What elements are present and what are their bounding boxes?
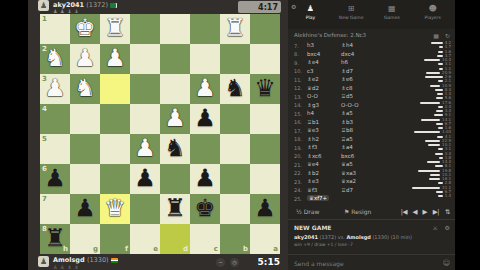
black-move[interactable]: ♖b8 <box>341 127 353 133</box>
square-h8[interactable]: 8h♜ <box>40 224 70 254</box>
flip-board-icon[interactable]: ⇅ <box>445 208 450 216</box>
time-bar <box>436 110 443 112</box>
move-number: 18. <box>294 136 304 142</box>
time-bar <box>418 170 440 172</box>
time-bar <box>421 119 440 121</box>
time-bar <box>436 191 443 193</box>
time-bar <box>438 80 443 82</box>
square-c8[interactable]: c <box>190 224 220 254</box>
square-f8[interactable]: f <box>100 224 130 254</box>
move-number: 17. <box>294 128 304 134</box>
file-label: g <box>93 245 98 253</box>
move-number: 11. <box>294 77 304 83</box>
square-g8[interactable]: g <box>70 224 100 254</box>
time-bar <box>438 148 443 150</box>
black-move[interactable]: bxc6 <box>341 153 354 159</box>
square-e8[interactable]: e <box>130 224 160 254</box>
bottom-player-captured-pieces: ♙ ♙ ♗ ♗ <box>53 264 79 270</box>
move-timing: 17.62.4 <box>403 101 451 110</box>
move-row: 11.♗e2♗e62.62.1 <box>288 75 455 84</box>
square-c3[interactable]: ♟ <box>190 74 220 104</box>
square-f7[interactable]: ♛ <box>100 194 130 224</box>
black-move[interactable]: ♖a5 <box>341 136 353 142</box>
white-move[interactable]: h3 <box>307 42 314 48</box>
challenge-icon[interactable]: ⚔ <box>433 224 438 231</box>
white-move[interactable]: ♗h2 <box>307 136 319 142</box>
white-move[interactable]: ♕f3 <box>307 187 317 193</box>
square-b1[interactable]: ♜ <box>220 14 250 44</box>
square-f3[interactable] <box>100 74 130 104</box>
white-move[interactable]: ♕e3 <box>307 127 319 133</box>
white-move[interactable]: ♖b1 <box>307 119 319 125</box>
file-label: a <box>273 245 278 253</box>
black-knight[interactable]: ♞ <box>160 134 190 164</box>
square-e1[interactable] <box>130 14 160 44</box>
move-number: 19. <box>294 145 304 151</box>
move-row: 10.c3♗d71.120.9 <box>288 67 455 76</box>
rank-label: 1 <box>42 15 47 23</box>
white-move[interactable]: ♗f3 <box>307 144 317 150</box>
white-move[interactable]: ♗e2 <box>307 76 319 82</box>
rank-label: 4 <box>42 105 47 113</box>
time-bar <box>436 97 443 99</box>
move-row: 13.O-O♖d51.45.6 <box>288 92 455 101</box>
white-move[interactable]: ♗b2 <box>307 170 319 176</box>
go-prev-move-button[interactable]: ◀ <box>413 208 418 216</box>
move-timing: 1.61:04 <box>403 126 451 135</box>
file-label: c <box>214 245 218 253</box>
white-rook[interactable]: ♜ <box>100 14 130 44</box>
square-e2[interactable] <box>130 44 160 74</box>
white-move[interactable]: ♕xf7+ <box>307 195 329 201</box>
black-move[interactable]: ♗d7 <box>341 68 353 74</box>
rank-label: 5 <box>42 135 47 143</box>
opening-row: Alekhine's Defense: 2.Nc3 ▦ ↻ <box>288 29 455 41</box>
move-row: 15.h4♗a53.49.1 <box>288 109 455 118</box>
move-row: 23.♗e3♕xa216.12.8 <box>288 177 455 186</box>
black-pawn[interactable]: ♟ <box>190 104 220 134</box>
top-player-bar: ♟ aky2041 (1372) ♟ ♟ ♝ ♝ 4:17 <box>28 0 288 14</box>
rank-label: 7 <box>42 195 47 203</box>
clock-icon[interactable]: ◷ <box>230 258 239 267</box>
chat-input-row[interactable]: Send a message ☺ <box>288 254 455 270</box>
white-move[interactable]: ♕d2 <box>307 85 319 91</box>
square-d7[interactable]: ♜ <box>160 194 190 224</box>
white-move[interactable]: ♕e4 <box>307 161 319 167</box>
move-number: 25. <box>294 196 304 202</box>
square-e5[interactable]: ♟ <box>130 134 160 164</box>
time-bar <box>436 123 443 125</box>
square-c7[interactable]: ♚ <box>190 194 220 224</box>
black-move[interactable]: dxc4 <box>341 51 354 57</box>
move-row: 20.♗xc6bxc63.41.8 <box>288 152 455 161</box>
square-c6[interactable]: ♟ <box>190 164 220 194</box>
square-b6[interactable] <box>220 164 250 194</box>
rank-label: 2 <box>42 45 47 53</box>
square-c1[interactable] <box>190 14 220 44</box>
move-list[interactable]: 7.h3♗h44.21.78.bxc4dxc41.63.79.♗e4h610.4… <box>288 41 455 203</box>
move-timing: 1.120.9 <box>403 67 451 76</box>
move-row: 17.♕e3♖b81.61:04 <box>288 126 455 135</box>
time-bar <box>427 161 440 163</box>
black-move[interactable]: ♗a4 <box>341 144 353 150</box>
time-bar <box>425 76 443 78</box>
square-a8[interactable]: a <box>250 224 280 254</box>
white-knight[interactable]: ♞ <box>70 74 100 104</box>
black-pawn[interactable]: ♟ <box>250 194 280 224</box>
rating-odds: win +9 / draw +1 / lose -7 <box>294 242 449 247</box>
square-d2[interactable] <box>160 44 190 74</box>
square-d4[interactable]: ♟ <box>160 104 190 134</box>
tab-label: New Game <box>331 15 372 20</box>
time-bar <box>437 93 443 95</box>
white-pawn[interactable]: ♟ <box>190 74 220 104</box>
white-move[interactable]: ♗xc6 <box>307 153 322 159</box>
move-timing: 10.98.3 <box>403 84 451 93</box>
refresh-icon[interactable]: ↻ <box>445 32 450 39</box>
chat-input[interactable]: Send a message <box>294 260 344 267</box>
white-move[interactable]: ♗e3 <box>307 178 319 184</box>
time-bar <box>424 59 440 61</box>
black-move[interactable]: ♕a5 <box>341 161 353 167</box>
time-bar <box>428 144 440 146</box>
move-row: 12.♕d2♗c810.98.3 <box>288 84 455 93</box>
opening-name: Alekhine's Defense: 2.Nc3 <box>294 32 366 38</box>
square-b5[interactable] <box>220 134 250 164</box>
white-pawn[interactable]: ♟ <box>130 134 160 164</box>
square-c5[interactable] <box>190 134 220 164</box>
black-move[interactable]: ♕xa2 <box>341 178 356 184</box>
bottom-player-clock: 5:15 <box>258 257 280 267</box>
white-move[interactable]: h4 <box>307 110 314 116</box>
time-bar <box>435 89 443 91</box>
square-e3[interactable] <box>130 74 160 104</box>
move-row: 19.♗f3♗a410.13.1 <box>288 143 455 152</box>
square-a3[interactable]: ♛ <box>250 74 280 104</box>
square-e6[interactable]: ♟ <box>130 164 160 194</box>
square-c2[interactable] <box>190 44 220 74</box>
square-h2[interactable]: 2♞ <box>40 44 70 74</box>
square-g4[interactable] <box>70 104 100 134</box>
time-bar <box>438 106 443 108</box>
move-number: 22. <box>294 170 304 176</box>
square-b3[interactable]: ♞ <box>220 74 250 104</box>
square-d8[interactable]: d <box>160 224 190 254</box>
square-b2[interactable] <box>220 44 250 74</box>
square-g5[interactable] <box>70 134 100 164</box>
file-label: b <box>243 245 248 253</box>
square-c4[interactable]: ♟ <box>190 104 220 134</box>
go-last-move-button[interactable]: ▶| <box>433 208 439 216</box>
square-h5[interactable]: 5 <box>40 134 70 164</box>
time-bar <box>435 165 443 167</box>
move-row: 24.♕f3♖d731.16.7 <box>288 186 455 195</box>
black-move[interactable]: ♕xa3 <box>341 170 356 176</box>
black-move[interactable]: ♗h4 <box>341 42 353 48</box>
time-bar <box>420 102 440 104</box>
bottom-player-bar: ♟ Amolsgd (1330) ♙ ♙ ♗ ♗ − ◷ 5:15 <box>28 254 288 270</box>
black-move[interactable]: O-O-O <box>341 102 359 108</box>
white-pawn[interactable]: ♟ <box>100 44 130 74</box>
time-bar <box>435 153 443 155</box>
rank-label: 8 <box>42 225 47 233</box>
square-b7[interactable] <box>220 194 250 224</box>
tab-label: Games <box>372 15 413 20</box>
black-move[interactable]: ♗e6 <box>341 76 353 82</box>
move-timing: 14.16.7 <box>403 118 451 127</box>
new-game-section: NEW GAME ⚔ ⚙ aky2041 (1372) vs. Amolsgd … <box>288 219 455 250</box>
tab-players[interactable]: ☻Players <box>412 0 453 29</box>
square-f5[interactable] <box>100 134 130 164</box>
square-g6[interactable] <box>70 164 100 194</box>
white-rook[interactable]: ♜ <box>220 14 250 44</box>
resign-button[interactable]: ⚑ Resign <box>344 208 371 215</box>
square-a1[interactable] <box>250 14 280 44</box>
square-d5[interactable]: ♞ <box>160 134 190 164</box>
file-label: h <box>63 245 68 253</box>
white-move[interactable]: bxc4 <box>307 51 320 57</box>
time-bar <box>426 72 440 74</box>
square-g7[interactable]: ♟ <box>70 194 100 224</box>
move-row: 18.♗h2♖a54.122.9 <box>288 135 455 144</box>
white-king[interactable]: ♚ <box>70 14 100 44</box>
black-king[interactable]: ♚ <box>190 194 220 224</box>
time-bar <box>439 46 443 48</box>
white-move[interactable]: O-O <box>307 93 318 99</box>
time-bar <box>414 131 440 133</box>
bottom-player-flag-icon <box>111 258 118 263</box>
square-g2[interactable]: ♟ <box>70 44 100 74</box>
file-label: e <box>153 245 158 253</box>
black-queen[interactable]: ♛ <box>250 74 280 104</box>
move-number: 9. <box>294 60 304 66</box>
black-pawn[interactable]: ♟ <box>70 194 100 224</box>
black-move[interactable]: ♖d7 <box>341 187 353 193</box>
square-a2[interactable] <box>250 44 280 74</box>
time-bar <box>431 42 443 44</box>
time-bar <box>438 195 443 197</box>
move-row: 14.♗g3O-O-O17.62.4 <box>288 101 455 110</box>
black-rook[interactable]: ♜ <box>160 194 190 224</box>
resign-flag-icon: ⚑ <box>344 208 349 215</box>
move-number: 24. <box>294 187 304 193</box>
analysis-board-icon[interactable]: ▦ <box>433 32 439 39</box>
tab-label: Players <box>412 15 453 20</box>
move-row: 9.♗e4h610.43.1 <box>288 58 455 67</box>
move-timing: 10.43.1 <box>403 58 451 67</box>
tab-games[interactable]: ▦Games <box>372 0 413 29</box>
black-move[interactable]: ♗b3 <box>341 119 353 125</box>
rank-label: 3 <box>42 75 47 83</box>
move-number: 8. <box>294 51 304 57</box>
black-move[interactable]: ♖d5 <box>341 93 353 99</box>
black-move[interactable]: h6 <box>341 59 348 65</box>
move-row: 25.♕xf7+1.4 <box>288 194 455 203</box>
focus-mode-icon[interactable]: − <box>216 258 225 267</box>
new-game-icon: ⊞ <box>331 4 372 13</box>
time-bar <box>438 63 443 65</box>
time-bar <box>434 114 443 116</box>
tab-bar: ♟Play⊞New Game▦Games☻Players <box>288 0 455 29</box>
move-number: 20. <box>294 153 304 159</box>
square-a4[interactable] <box>250 104 280 134</box>
tab-new-game[interactable]: ⊞New Game <box>331 0 372 29</box>
square-h6[interactable]: 6♟ <box>40 164 70 194</box>
time-bar <box>429 178 440 180</box>
draw-button[interactable]: ½ Draw <box>296 208 319 215</box>
time-bar <box>438 182 443 184</box>
move-number: 10. <box>294 68 304 74</box>
new-game-settings-icon[interactable]: ⚙ <box>445 224 450 231</box>
square-f6[interactable] <box>100 164 130 194</box>
square-b4[interactable] <box>220 104 250 134</box>
bottom-player-name[interactable]: Amolsgd (1330) <box>53 256 118 264</box>
square-d6[interactable] <box>160 164 190 194</box>
white-pawn[interactable]: ♟ <box>70 44 100 74</box>
top-player-avatar[interactable]: ♟ <box>38 0 49 11</box>
tab-label: Play <box>290 15 331 20</box>
square-d1[interactable] <box>160 14 190 44</box>
square-d3[interactable] <box>160 74 190 104</box>
move-row: 7.h3♗h44.21.7 <box>288 41 455 50</box>
white-move[interactable]: ♗g3 <box>307 102 319 108</box>
time-bar <box>430 174 440 176</box>
move-number: 21. <box>294 162 304 168</box>
time-bar <box>438 51 443 53</box>
move-row: 21.♕e4♕a514.48.1 <box>288 160 455 169</box>
move-number: 12. <box>294 85 304 91</box>
square-g1[interactable]: ♚ <box>70 14 100 44</box>
black-pawn[interactable]: ♟ <box>190 164 220 194</box>
white-pawn[interactable]: ♟ <box>160 104 190 134</box>
black-move[interactable]: ♗c8 <box>341 85 352 91</box>
square-f2[interactable]: ♟ <box>100 44 130 74</box>
new-game-matchup: aky2041 (1372) vs. Amolsgd (1330) (10 mi… <box>294 234 449 240</box>
move-number: 16. <box>294 119 304 125</box>
square-h1[interactable]: 1 <box>40 14 70 44</box>
white-queen[interactable]: ♛ <box>100 194 130 224</box>
bottom-player-avatar[interactable]: ♟ <box>38 256 49 267</box>
time-value: 1.4 <box>445 194 451 198</box>
square-b8[interactable]: b <box>220 224 250 254</box>
move-timing: 4.21.7 <box>403 41 451 50</box>
top-player-flag-icon <box>110 3 117 8</box>
time-bar <box>430 85 440 87</box>
players-icon: ☻ <box>412 4 453 13</box>
move-number: 14. <box>294 102 304 108</box>
side-panel: ♟Play⊞New Game▦Games☻Players ⚙ Alekhine'… <box>288 0 455 270</box>
move-row: 8.bxc4dxc41.63.7 <box>288 50 455 59</box>
file-label: f <box>125 245 128 253</box>
half-point-icon: ½ <box>296 208 302 215</box>
black-knight[interactable]: ♞ <box>220 74 250 104</box>
app-screenshot: ♟ aky2041 (1372) ♟ ♟ ♝ ♝ 4:17 1♚♜♜2♞♟♟3♟… <box>0 0 480 270</box>
time-bar <box>412 187 440 189</box>
board-column: ♟ aky2041 (1372) ♟ ♟ ♝ ♝ 4:17 1♚♜♜2♞♟♟3♟… <box>28 0 288 270</box>
move-row: 22.♗b2♕xa319.810.1 <box>288 169 455 178</box>
square-e7[interactable] <box>130 194 160 224</box>
move-timing: 10.13.1 <box>403 143 451 152</box>
square-f1[interactable]: ♜ <box>100 14 130 44</box>
square-a6[interactable] <box>250 164 280 194</box>
move-timing: 31.16.7 <box>403 186 451 195</box>
games-icon: ▦ <box>372 4 413 13</box>
square-e4[interactable] <box>130 104 160 134</box>
square-h7[interactable]: 7 <box>40 194 70 224</box>
rank-label: 6 <box>42 165 47 173</box>
move-timing: 1.4 <box>403 194 451 203</box>
black-move[interactable]: ♗a5 <box>341 110 353 116</box>
white-move[interactable]: c3 <box>307 68 314 74</box>
square-h3[interactable]: 3♟ <box>40 74 70 104</box>
game-controls: ½ Draw ⚑ Resign |◀ ◀ ▶ ▶| ⇅ <box>288 205 455 219</box>
move-number: 23. <box>294 179 304 185</box>
square-g3[interactable]: ♞ <box>70 74 100 104</box>
file-label: d <box>183 245 188 253</box>
smiley-icon[interactable]: ☺ <box>443 259 450 267</box>
square-f4[interactable] <box>100 104 130 134</box>
move-number: 7. <box>294 43 304 49</box>
move-number: 15. <box>294 111 304 117</box>
square-h4[interactable]: 4 <box>40 104 70 134</box>
chess-board[interactable]: 1♚♜♜2♞♟♟3♟♞♟♞♛4♟♟5♟♞6♟♟♟7♟♛♜♚♟8h♜gfedcba <box>40 14 280 254</box>
black-pawn[interactable]: ♟ <box>130 164 160 194</box>
settings-gear-icon[interactable]: ⚙ <box>291 3 296 10</box>
square-a5[interactable] <box>250 134 280 164</box>
move-number: 13. <box>294 94 304 100</box>
square-a7[interactable]: ♟ <box>250 194 280 224</box>
time-bar <box>425 140 440 142</box>
move-row: 16.♖b1♗b314.16.7 <box>288 118 455 127</box>
white-move[interactable]: ♗e4 <box>307 59 319 65</box>
new-game-title: NEW GAME <box>294 224 449 231</box>
top-player-clock: 4:17 <box>238 1 281 13</box>
go-next-move-button[interactable]: ▶ <box>423 208 428 216</box>
go-first-move-button[interactable]: |◀ <box>401 208 407 216</box>
